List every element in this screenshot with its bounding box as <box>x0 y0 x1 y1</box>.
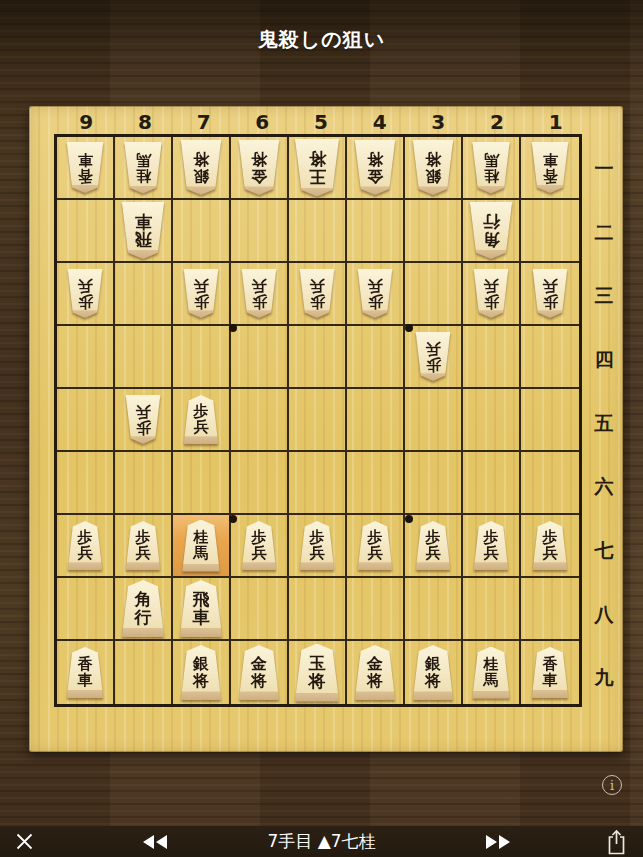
share-button[interactable] <box>601 826 631 857</box>
square-51: 王将 <box>289 137 347 200</box>
sente-pawn-piece: 歩兵 <box>183 395 219 444</box>
gote-pawn-piece: 歩兵 <box>299 269 335 318</box>
piece-kanji: 歩兵 <box>543 530 558 561</box>
piece-body: 桂馬 <box>472 142 511 194</box>
sente-gold-piece: 金将 <box>238 645 280 700</box>
sente-knight-piece: 桂馬 <box>472 647 511 699</box>
square-73: 歩兵 <box>173 263 231 326</box>
square-96 <box>57 452 115 515</box>
square-38 <box>405 578 463 641</box>
square-49: 金将 <box>347 641 405 704</box>
piece-kanji: 玉将 <box>309 655 326 690</box>
square-94 <box>57 326 115 389</box>
square-53: 歩兵 <box>289 263 347 326</box>
piece-kanji: 桂馬 <box>136 152 151 183</box>
sente-silver-piece: 銀将 <box>180 645 222 700</box>
square-32 <box>405 200 463 263</box>
piece-kanji: 歩兵 <box>78 530 93 561</box>
sente-lance-piece: 香車 <box>66 647 104 698</box>
file-label-1: 1 <box>549 110 563 134</box>
square-86 <box>115 452 173 515</box>
bottom-toolbar: 7手目 ▲7七桂 <box>0 826 643 857</box>
square-77: 桂馬 <box>173 515 231 578</box>
sente-knight-piece: 桂馬 <box>182 520 221 572</box>
square-54 <box>289 326 347 389</box>
share-icon <box>606 829 627 855</box>
square-46 <box>347 452 405 515</box>
sente-pawn-piece: 歩兵 <box>532 521 568 570</box>
square-36 <box>405 452 463 515</box>
square-43: 歩兵 <box>347 263 405 326</box>
square-41: 金将 <box>347 137 405 200</box>
page-title: 鬼殺しの狙い <box>0 26 643 53</box>
square-63: 歩兵 <box>231 263 289 326</box>
gote-knight-piece: 桂馬 <box>472 142 511 194</box>
gote-silver-piece: 銀将 <box>180 140 222 195</box>
square-31: 銀将 <box>405 137 463 200</box>
piece-kanji: 桂馬 <box>484 657 499 688</box>
square-57: 歩兵 <box>289 515 347 578</box>
file-label-2: 2 <box>490 110 504 134</box>
square-33 <box>405 263 463 326</box>
rank-label-4: 四 <box>595 347 614 373</box>
piece-body: 歩兵 <box>125 521 161 570</box>
gote-pawn-piece: 歩兵 <box>357 269 393 318</box>
sente-pawn-piece: 歩兵 <box>357 521 393 570</box>
piece-kanji: 金将 <box>251 656 267 689</box>
square-15 <box>521 389 579 452</box>
piece-body: 銀将 <box>412 140 454 195</box>
square-74 <box>173 326 231 389</box>
fast-forward-icon <box>485 834 512 850</box>
piece-body: 桂馬 <box>124 142 163 194</box>
square-87: 歩兵 <box>115 515 173 578</box>
gote-knight-piece: 桂馬 <box>124 142 163 194</box>
piece-body: 香車 <box>66 647 104 698</box>
gote-gold-piece: 金将 <box>354 140 396 195</box>
square-91: 香車 <box>57 137 115 200</box>
square-16 <box>521 452 579 515</box>
piece-body: 飛車 <box>121 202 165 259</box>
piece-body: 金将 <box>354 140 396 195</box>
gote-pawn-piece: 歩兵 <box>183 269 219 318</box>
sente-pawn-piece: 歩兵 <box>67 521 103 570</box>
square-12 <box>521 200 579 263</box>
square-79: 銀将 <box>173 641 231 704</box>
fast-forward-button[interactable] <box>482 826 514 857</box>
piece-kanji: 歩兵 <box>136 530 151 561</box>
piece-kanji: 歩兵 <box>368 278 383 309</box>
piece-body: 歩兵 <box>241 521 277 570</box>
square-42 <box>347 200 405 263</box>
square-78: 飛車 <box>173 578 231 641</box>
sente-pawn-piece: 歩兵 <box>125 521 161 570</box>
piece-body: 角行 <box>121 580 165 637</box>
close-button[interactable] <box>10 826 38 857</box>
square-88: 角行 <box>115 578 173 641</box>
square-34: 歩兵 <box>405 326 463 389</box>
piece-body: 歩兵 <box>67 269 103 318</box>
square-25 <box>463 389 521 452</box>
square-14 <box>521 326 579 389</box>
rank-label-8: 八 <box>595 602 614 628</box>
sente-pawn-piece: 歩兵 <box>473 521 509 570</box>
square-52 <box>289 200 347 263</box>
file-label-6: 6 <box>255 110 269 134</box>
piece-body: 玉将 <box>294 644 340 702</box>
square-37: 歩兵 <box>405 515 463 578</box>
square-89 <box>115 641 173 704</box>
piece-kanji: 歩兵 <box>194 278 209 309</box>
file-label-3: 3 <box>431 110 445 134</box>
square-76 <box>173 452 231 515</box>
piece-body: 銀将 <box>412 645 454 700</box>
piece-body: 歩兵 <box>299 269 335 318</box>
square-95 <box>57 389 115 452</box>
piece-body: 銀将 <box>180 645 222 700</box>
square-19: 香車 <box>521 641 579 704</box>
square-65 <box>231 389 289 452</box>
gote-pawn-piece: 歩兵 <box>67 269 103 318</box>
rank-labels: 一二三四五六七八九 <box>585 106 623 752</box>
board-grid: 香車桂馬銀将金将王将金将銀将桂馬香車飛車角行歩兵歩兵歩兵歩兵歩兵歩兵歩兵歩兵歩兵… <box>54 134 582 707</box>
square-64 <box>231 326 289 389</box>
square-92 <box>57 200 115 263</box>
sente-lance-piece: 香車 <box>531 647 569 698</box>
piece-kanji: 飛車 <box>135 213 152 248</box>
gote-pawn-piece: 歩兵 <box>415 332 451 381</box>
square-13: 歩兵 <box>521 263 579 326</box>
piece-kanji: 歩兵 <box>252 278 267 309</box>
piece-kanji: 歩兵 <box>426 341 441 372</box>
sente-rook-piece: 飛車 <box>179 580 223 637</box>
file-label-8: 8 <box>138 110 152 134</box>
gote-bishop-piece: 角行 <box>469 202 513 259</box>
piece-body: 歩兵 <box>473 521 509 570</box>
square-59: 玉将 <box>289 641 347 704</box>
star-point <box>229 515 237 523</box>
square-23: 歩兵 <box>463 263 521 326</box>
star-point <box>229 324 237 332</box>
square-71: 銀将 <box>173 137 231 200</box>
piece-body: 香車 <box>66 142 104 193</box>
piece-kanji: 歩兵 <box>484 530 499 561</box>
square-68 <box>231 578 289 641</box>
square-11: 香車 <box>521 137 579 200</box>
piece-body: 歩兵 <box>415 521 451 570</box>
square-67: 歩兵 <box>231 515 289 578</box>
piece-kanji: 歩兵 <box>543 278 558 309</box>
gote-silver-piece: 銀将 <box>412 140 454 195</box>
rewind-button[interactable] <box>138 826 170 857</box>
piece-kanji: 金将 <box>367 656 383 689</box>
square-85: 歩兵 <box>115 389 173 452</box>
piece-kanji: 歩兵 <box>252 530 267 561</box>
square-83 <box>115 263 173 326</box>
square-62 <box>231 200 289 263</box>
piece-kanji: 香車 <box>78 152 93 183</box>
square-29: 桂馬 <box>463 641 521 704</box>
piece-body: 金将 <box>238 645 280 700</box>
move-indicator: 7手目 ▲7七桂 <box>0 830 643 853</box>
gote-pawn-piece: 歩兵 <box>241 269 277 318</box>
star-point <box>405 515 413 523</box>
square-75: 歩兵 <box>173 389 231 452</box>
shogi-board: 987654321 一二三四五六七八九 香車桂馬銀将金将王将金将銀将桂馬香車飛車… <box>29 106 623 752</box>
square-97: 歩兵 <box>57 515 115 578</box>
sente-bishop-piece: 角行 <box>121 580 165 637</box>
piece-kanji: 歩兵 <box>78 278 93 309</box>
square-47: 歩兵 <box>347 515 405 578</box>
piece-body: 飛車 <box>179 580 223 637</box>
piece-body: 歩兵 <box>241 269 277 318</box>
square-61: 金将 <box>231 137 289 200</box>
piece-body: 王将 <box>294 139 340 197</box>
star-point <box>405 324 413 332</box>
sente-pawn-piece: 歩兵 <box>241 521 277 570</box>
piece-body: 歩兵 <box>532 269 568 318</box>
square-58 <box>289 578 347 641</box>
piece-body: 歩兵 <box>532 521 568 570</box>
file-label-7: 7 <box>197 110 211 134</box>
piece-body: 桂馬 <box>472 647 511 699</box>
piece-body: 歩兵 <box>473 269 509 318</box>
piece-kanji: 歩兵 <box>310 278 325 309</box>
sente-gold-piece: 金将 <box>354 645 396 700</box>
piece-kanji: 香車 <box>78 657 93 688</box>
rank-label-9: 九 <box>595 665 614 691</box>
app-screen: { "game": "shogi", "title": "鬼殺しの狙い", "p… <box>0 0 643 857</box>
piece-body: 金将 <box>238 140 280 195</box>
piece-body: 香車 <box>531 142 569 193</box>
piece-kanji: 香車 <box>543 152 558 183</box>
gote-lance-piece: 香車 <box>531 142 569 193</box>
piece-kanji: 銀将 <box>425 656 441 689</box>
square-82: 飛車 <box>115 200 173 263</box>
square-99: 香車 <box>57 641 115 704</box>
gote-rook-piece: 飛車 <box>121 202 165 259</box>
piece-kanji: 王将 <box>309 150 326 185</box>
piece-kanji: 歩兵 <box>136 404 151 435</box>
rank-label-7: 七 <box>595 538 614 564</box>
rank-label-6: 六 <box>595 474 614 500</box>
piece-kanji: 銀将 <box>193 151 209 184</box>
square-72 <box>173 200 231 263</box>
piece-body: 歩兵 <box>415 332 451 381</box>
piece-kanji: 角行 <box>135 591 152 626</box>
square-48 <box>347 578 405 641</box>
square-45 <box>347 389 405 452</box>
piece-kanji: 金将 <box>367 151 383 184</box>
piece-body: 銀将 <box>180 140 222 195</box>
piece-kanji: 歩兵 <box>426 530 441 561</box>
piece-body: 歩兵 <box>357 269 393 318</box>
square-28 <box>463 578 521 641</box>
square-24 <box>463 326 521 389</box>
file-label-9: 9 <box>79 110 93 134</box>
piece-body: 歩兵 <box>67 521 103 570</box>
square-18 <box>521 578 579 641</box>
sente-pawn-piece: 歩兵 <box>415 521 451 570</box>
rewind-icon <box>141 834 168 850</box>
rank-label-5: 五 <box>595 411 614 437</box>
sente-king-piece: 玉将 <box>294 644 340 702</box>
square-66 <box>231 452 289 515</box>
gote-pawn-piece: 歩兵 <box>473 269 509 318</box>
info-icon: i <box>610 778 614 793</box>
piece-kanji: 銀将 <box>193 656 209 689</box>
square-84 <box>115 326 173 389</box>
square-44 <box>347 326 405 389</box>
piece-kanji: 歩兵 <box>484 278 499 309</box>
square-69: 金将 <box>231 641 289 704</box>
gote-lance-piece: 香車 <box>66 142 104 193</box>
close-icon <box>15 832 34 851</box>
piece-kanji: 歩兵 <box>310 530 325 561</box>
square-21: 桂馬 <box>463 137 521 200</box>
piece-kanji: 香車 <box>543 657 558 688</box>
rank-label-2: 二 <box>595 220 614 246</box>
square-26 <box>463 452 521 515</box>
square-17: 歩兵 <box>521 515 579 578</box>
square-81: 桂馬 <box>115 137 173 200</box>
square-27: 歩兵 <box>463 515 521 578</box>
piece-kanji: 桂馬 <box>484 152 499 183</box>
piece-body: 金将 <box>354 645 396 700</box>
gote-king-piece: 王将 <box>294 139 340 197</box>
square-55 <box>289 389 347 452</box>
piece-kanji: 桂馬 <box>194 530 209 561</box>
gote-gold-piece: 金将 <box>238 140 280 195</box>
piece-kanji: 角行 <box>483 213 500 248</box>
file-label-5: 5 <box>314 110 328 134</box>
piece-body: 香車 <box>531 647 569 698</box>
square-35 <box>405 389 463 452</box>
square-39: 銀将 <box>405 641 463 704</box>
piece-kanji: 飛車 <box>193 591 210 626</box>
piece-kanji: 歩兵 <box>194 404 209 435</box>
gote-pawn-piece: 歩兵 <box>532 269 568 318</box>
file-label-4: 4 <box>373 110 387 134</box>
info-button[interactable]: i <box>602 775 622 795</box>
square-56 <box>289 452 347 515</box>
sente-silver-piece: 銀将 <box>412 645 454 700</box>
piece-body: 角行 <box>469 202 513 259</box>
piece-kanji: 銀将 <box>425 151 441 184</box>
piece-body: 桂馬 <box>182 520 221 572</box>
gote-pawn-piece: 歩兵 <box>125 395 161 444</box>
sente-pawn-piece: 歩兵 <box>299 521 335 570</box>
piece-body: 歩兵 <box>125 395 161 444</box>
piece-body: 歩兵 <box>357 521 393 570</box>
piece-kanji: 歩兵 <box>368 530 383 561</box>
piece-body: 歩兵 <box>183 395 219 444</box>
square-22: 角行 <box>463 200 521 263</box>
square-98 <box>57 578 115 641</box>
rank-label-1: 一 <box>595 156 614 182</box>
piece-body: 歩兵 <box>183 269 219 318</box>
rank-label-3: 三 <box>595 283 614 309</box>
piece-body: 歩兵 <box>299 521 335 570</box>
piece-kanji: 金将 <box>251 151 267 184</box>
square-93: 歩兵 <box>57 263 115 326</box>
